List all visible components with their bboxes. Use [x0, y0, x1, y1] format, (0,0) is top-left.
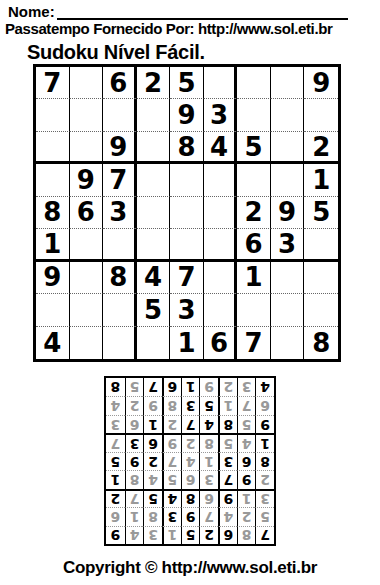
puzzle-cell-r5c4[interactable]	[137, 197, 171, 229]
solution-cell-r5c3: 3	[218, 452, 237, 470]
solution-cell-r5c9: 5	[106, 452, 125, 470]
puzzle-cell-r6c2[interactable]	[70, 229, 104, 261]
puzzle-cell-r7c4: 4	[137, 262, 171, 294]
puzzle-cell-r5c1: 8	[36, 197, 70, 229]
puzzle-cell-r9c6: 6	[204, 327, 238, 359]
puzzle-cell-r6c9[interactable]	[304, 229, 338, 261]
solution-cell-r5c6: 7	[162, 452, 181, 470]
puzzle-cell-r2c2[interactable]	[70, 99, 104, 131]
solution-cell-r1c8: 4	[125, 526, 144, 544]
puzzle-cell-r7c6[interactable]	[204, 262, 238, 294]
solution-cell-r1c6: 1	[162, 526, 181, 544]
puzzle-cell-r2c7[interactable]	[237, 99, 271, 131]
solution-cell-r6c4: 8	[199, 433, 218, 451]
puzzle-cell-r8c2[interactable]	[70, 294, 104, 326]
puzzle-cell-r9c4[interactable]	[137, 327, 171, 359]
puzzle-cell-r4c4[interactable]	[137, 164, 171, 196]
puzzle-cell-r9c5: 1	[170, 327, 204, 359]
puzzle-cell-r1c9: 9	[304, 67, 338, 99]
puzzle-cell-r6c3[interactable]	[103, 229, 137, 261]
puzzle-cell-r2c4[interactable]	[137, 99, 171, 131]
solution-cell-r2c7: 8	[143, 507, 162, 525]
puzzle-cell-r9c7: 7	[237, 327, 271, 359]
name-label: Nome:	[8, 3, 55, 20]
solution-cell-r3c3: 9	[218, 489, 237, 507]
solution-cell-r3c2: 1	[237, 489, 256, 507]
solution-cell-r9c3: 2	[218, 378, 237, 396]
solution-cell-r6c1: 1	[255, 433, 274, 451]
solution-cell-r6c2: 4	[237, 433, 256, 451]
sudoku-puzzle-grid: 762599398452971863295163984715341678	[33, 64, 341, 362]
solution-cell-r7c3: 8	[218, 415, 237, 433]
solution-cell-r8c8: 2	[125, 396, 144, 414]
solution-cell-r2c1: 5	[255, 507, 274, 525]
solution-cell-r7c9: 3	[106, 415, 125, 433]
name-row: Nome:	[8, 3, 348, 20]
solution-cell-r1c7: 3	[143, 526, 162, 544]
solution-cell-r1c4: 2	[199, 526, 218, 544]
solution-cell-r7c2: 5	[237, 415, 256, 433]
solution-cell-r3c6: 4	[162, 489, 181, 507]
puzzle-cell-r1c6[interactable]	[204, 67, 238, 99]
solution-cell-r7c1: 9	[255, 415, 274, 433]
solution-cell-r8c3: 1	[218, 396, 237, 414]
puzzle-cell-r7c2[interactable]	[70, 262, 104, 294]
puzzle-cell-r4c7[interactable]	[237, 164, 271, 196]
puzzle-cell-r7c8[interactable]	[271, 262, 305, 294]
solution-cell-r6c6: 9	[162, 433, 181, 451]
puzzle-cell-r5c6[interactable]	[204, 197, 238, 229]
name-fill-line[interactable]	[57, 5, 348, 20]
puzzle-cell-r3c4[interactable]	[137, 132, 171, 164]
puzzle-cell-r8c6[interactable]	[204, 294, 238, 326]
solution-cell-r7c4: 4	[199, 415, 218, 433]
solution-cell-r6c3: 5	[218, 433, 237, 451]
solution-cell-r3c4: 6	[199, 489, 218, 507]
solution-cell-r1c5: 5	[181, 526, 200, 544]
solution-cell-r2c3: 4	[218, 507, 237, 525]
puzzle-cell-r5c3: 3	[103, 197, 137, 229]
solution-cell-r3c5: 8	[181, 489, 200, 507]
solution-cell-r5c4: 1	[199, 452, 218, 470]
puzzle-cell-r3c2[interactable]	[70, 132, 104, 164]
sudoku-solution-grid-rotated: 7862513495247938163196845722973654818631…	[104, 376, 276, 546]
solution-cell-r6c8: 3	[125, 433, 144, 451]
solution-cell-r8c4: 5	[199, 396, 218, 414]
solution-cell-r4c7: 4	[143, 470, 162, 488]
solution-cell-r4c2: 9	[237, 470, 256, 488]
puzzle-cell-r8c7[interactable]	[237, 294, 271, 326]
solution-cell-r6c9: 7	[106, 433, 125, 451]
solution-cell-r3c1: 3	[255, 489, 274, 507]
solution-cell-r7c6: 2	[162, 415, 181, 433]
puzzle-cell-r3c9: 2	[304, 132, 338, 164]
puzzle-cell-r4c6[interactable]	[204, 164, 238, 196]
puzzle-cell-r7c7: 1	[237, 262, 271, 294]
puzzle-cell-r9c1: 4	[36, 327, 70, 359]
puzzle-cell-r2c8[interactable]	[271, 99, 305, 131]
puzzle-cell-r1c4: 2	[137, 67, 171, 99]
solution-cell-r8c6: 8	[162, 396, 181, 414]
solution-cell-r6c5: 2	[181, 433, 200, 451]
puzzle-cell-r6c5[interactable]	[170, 229, 204, 261]
puzzle-cell-r8c9[interactable]	[304, 294, 338, 326]
puzzle-cell-r8c8[interactable]	[271, 294, 305, 326]
solution-cell-r2c9: 6	[106, 507, 125, 525]
puzzle-cell-r7c5: 7	[170, 262, 204, 294]
puzzle-cell-r8c4: 5	[137, 294, 171, 326]
solution-cell-r9c7: 7	[143, 378, 162, 396]
puzzle-cell-r9c2[interactable]	[70, 327, 104, 359]
solution-cell-r2c5: 9	[181, 507, 200, 525]
puzzle-cell-r6c6[interactable]	[204, 229, 238, 261]
puzzle-cell-r4c8[interactable]	[271, 164, 305, 196]
solution-cell-r6c7: 6	[143, 433, 162, 451]
puzzle-cell-r8c5: 3	[170, 294, 204, 326]
puzzle-cell-r6c7: 6	[237, 229, 271, 261]
solution-cell-r9c8: 5	[125, 378, 144, 396]
sudoku-worksheet-page: Nome: Passatempo Fornecido Por: http://w…	[0, 0, 380, 585]
solution-cell-r4c4: 3	[199, 470, 218, 488]
puzzle-cell-r5c9: 5	[304, 197, 338, 229]
solution-cell-r5c7: 2	[143, 452, 162, 470]
page-title: Sudoku Nível Fácil.	[27, 41, 205, 64]
solution-cell-r8c5: 3	[181, 396, 200, 414]
puzzle-cell-r9c9: 8	[304, 327, 338, 359]
puzzle-cell-r4c2: 9	[70, 164, 104, 196]
solution-cell-r3c7: 5	[143, 489, 162, 507]
puzzle-cell-r2c6: 3	[204, 99, 238, 131]
solution-cell-r4c9: 1	[106, 470, 125, 488]
puzzle-cell-r7c3: 8	[103, 262, 137, 294]
solution-cell-r9c4: 9	[199, 378, 218, 396]
puzzle-cell-r3c1[interactable]	[36, 132, 70, 164]
puzzle-cell-r6c1: 1	[36, 229, 70, 261]
puzzle-cell-r4c9: 1	[304, 164, 338, 196]
solution-cell-r4c5: 6	[181, 470, 200, 488]
solution-cell-r2c8: 1	[125, 507, 144, 525]
puzzle-cell-r1c7[interactable]	[237, 67, 271, 99]
puzzle-cell-r1c2[interactable]	[70, 67, 104, 99]
puzzle-cell-r3c7: 5	[237, 132, 271, 164]
puzzle-cell-r2c3[interactable]	[103, 99, 137, 131]
solution-cell-r8c1: 6	[255, 396, 274, 414]
solution-cell-r5c1: 8	[255, 452, 274, 470]
solution-cell-r5c8: 9	[125, 452, 144, 470]
puzzle-cell-r4c3: 7	[103, 164, 137, 196]
solution-cell-r3c9: 2	[106, 489, 125, 507]
solution-cell-r7c8: 6	[125, 415, 144, 433]
solution-cell-r4c6: 5	[162, 470, 181, 488]
solution-cell-r2c4: 7	[199, 507, 218, 525]
solution-cell-r9c6: 6	[162, 378, 181, 396]
puzzle-cell-r9c3[interactable]	[103, 327, 137, 359]
puzzle-cell-r1c5: 5	[170, 67, 204, 99]
puzzle-cell-r6c8: 3	[271, 229, 305, 261]
solution-cell-r8c2: 7	[237, 396, 256, 414]
solution-cell-r5c5: 4	[181, 452, 200, 470]
solution-cell-r1c9: 9	[106, 526, 125, 544]
solution-cell-r9c2: 3	[237, 378, 256, 396]
puzzle-cell-r1c3: 6	[103, 67, 137, 99]
solution-cell-r1c3: 6	[218, 526, 237, 544]
solution-cell-r9c9: 8	[106, 378, 125, 396]
provider-line: Passatempo Fornecido Por: http://www.sol…	[5, 20, 332, 37]
solution-cell-r4c8: 8	[125, 470, 144, 488]
puzzle-cell-r5c2: 6	[70, 197, 104, 229]
puzzle-cell-r1c1: 7	[36, 67, 70, 99]
puzzle-cell-r6c4[interactable]	[137, 229, 171, 261]
solution-cell-r1c1: 7	[255, 526, 274, 544]
puzzle-cell-r7c1: 9	[36, 262, 70, 294]
solution-cell-r2c2: 2	[237, 507, 256, 525]
solution-cell-r4c3: 7	[218, 470, 237, 488]
puzzle-cell-r9c8[interactable]	[271, 327, 305, 359]
puzzle-cell-r8c3[interactable]	[103, 294, 137, 326]
puzzle-cell-r2c1[interactable]	[36, 99, 70, 131]
puzzle-cell-r5c7: 2	[237, 197, 271, 229]
solution-cell-r3c8: 7	[125, 489, 144, 507]
copyright-line: Copyright © http://www.sol.eti.br	[0, 558, 380, 578]
puzzle-cell-r3c5: 8	[170, 132, 204, 164]
solution-cell-r8c7: 9	[143, 396, 162, 414]
puzzle-cell-r2c5: 9	[170, 99, 204, 131]
solution-cell-r9c1: 4	[255, 378, 274, 396]
puzzle-cell-r5c5[interactable]	[170, 197, 204, 229]
puzzle-cell-r4c5[interactable]	[170, 164, 204, 196]
solution-cell-r8c9: 4	[106, 396, 125, 414]
puzzle-cell-r3c8[interactable]	[271, 132, 305, 164]
puzzle-cell-r3c3: 9	[103, 132, 137, 164]
solution-cell-r5c2: 6	[237, 452, 256, 470]
puzzle-cell-r2c9[interactable]	[304, 99, 338, 131]
puzzle-cell-r8c1[interactable]	[36, 294, 70, 326]
solution-cell-r4c1: 2	[255, 470, 274, 488]
solution-cell-r1c2: 8	[237, 526, 256, 544]
puzzle-cell-r4c1[interactable]	[36, 164, 70, 196]
solution-cell-r2c6: 3	[162, 507, 181, 525]
solution-cell-r7c7: 1	[143, 415, 162, 433]
solution-cell-r9c5: 1	[181, 378, 200, 396]
solution-cell-r7c5: 7	[181, 415, 200, 433]
puzzle-cell-r7c9[interactable]	[304, 262, 338, 294]
puzzle-cell-r5c8: 9	[271, 197, 305, 229]
puzzle-cell-r1c8[interactable]	[271, 67, 305, 99]
puzzle-cell-r3c6: 4	[204, 132, 238, 164]
